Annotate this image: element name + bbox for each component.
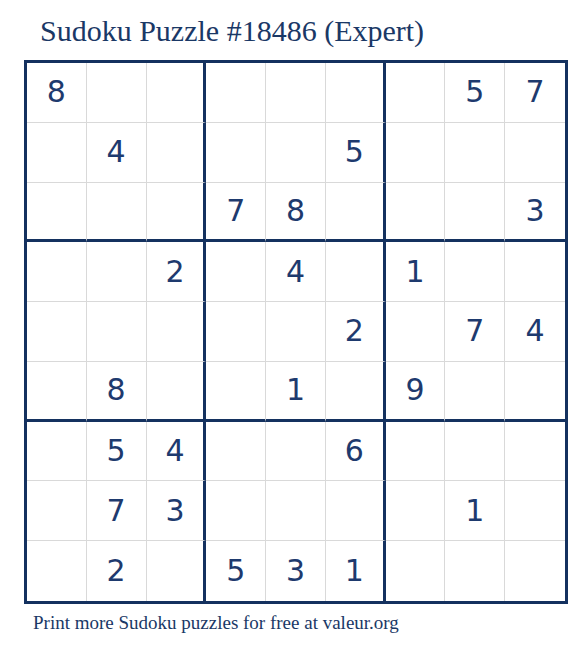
sudoku-cell-r6c2: 8: [87, 362, 147, 422]
sudoku-cell-r8c7: [386, 481, 446, 541]
sudoku-cell-r6c6: [326, 362, 386, 422]
sudoku-cell-r5c4: [206, 302, 266, 362]
sudoku-cell-r1c2: [87, 63, 147, 123]
sudoku-cell-r4c3: 2: [147, 242, 207, 302]
sudoku-cell-r5c8: 7: [445, 302, 505, 362]
sudoku-cell-r3c7: [386, 183, 446, 243]
sudoku-cell-r4c4: [206, 242, 266, 302]
sudoku-cell-r1c1: 8: [27, 63, 87, 123]
sudoku-cell-r2c2: 4: [87, 123, 147, 183]
sudoku-cell-r4c8: [445, 242, 505, 302]
sudoku-cell-r6c3: [147, 362, 207, 422]
sudoku-cell-r3c5: 8: [266, 183, 326, 243]
sudoku-cell-r2c4: [206, 123, 266, 183]
sudoku-cell-r4c5: 4: [266, 242, 326, 302]
footer-note: Print more Sudoku puzzles for free at va…: [33, 612, 399, 634]
sudoku-cell-r7c2: 5: [87, 422, 147, 482]
sudoku-cell-r7c5: [266, 422, 326, 482]
sudoku-cell-r8c1: [27, 481, 87, 541]
sudoku-cell-r5c5: [266, 302, 326, 362]
sudoku-cell-r7c7: [386, 422, 446, 482]
sudoku-cell-r3c8: [445, 183, 505, 243]
sudoku-cell-r3c9: 3: [505, 183, 565, 243]
sudoku-cell-r5c7: [386, 302, 446, 362]
sudoku-cell-r9c8: [445, 541, 505, 601]
sudoku-cell-r3c3: [147, 183, 207, 243]
sudoku-cell-r4c9: [505, 242, 565, 302]
sudoku-cell-r7c6: 6: [326, 422, 386, 482]
sudoku-cell-r9c7: [386, 541, 446, 601]
sudoku-cell-r5c3: [147, 302, 207, 362]
sudoku-cell-r9c9: [505, 541, 565, 601]
sudoku-cell-r2c1: [27, 123, 87, 183]
page-title: Sudoku Puzzle #18486 (Expert): [40, 14, 424, 48]
sudoku-cell-r1c7: [386, 63, 446, 123]
sudoku-cell-r8c6: [326, 481, 386, 541]
sudoku-cell-r8c4: [206, 481, 266, 541]
sudoku-cell-r3c4: 7: [206, 183, 266, 243]
sudoku-cell-r5c1: [27, 302, 87, 362]
sudoku-cell-r7c9: [505, 422, 565, 482]
sudoku-cell-r9c2: 2: [87, 541, 147, 601]
sudoku-cell-r1c8: 5: [445, 63, 505, 123]
sudoku-cell-r9c3: [147, 541, 207, 601]
sudoku-cell-r1c9: 7: [505, 63, 565, 123]
sudoku-cell-r6c8: [445, 362, 505, 422]
sudoku-cell-r2c3: [147, 123, 207, 183]
sudoku-cell-r9c1: [27, 541, 87, 601]
sudoku-cell-r6c9: [505, 362, 565, 422]
sudoku-cell-r6c7: 9: [386, 362, 446, 422]
sudoku-cell-r8c2: 7: [87, 481, 147, 541]
sudoku-cell-r3c2: [87, 183, 147, 243]
sudoku-cell-r4c1: [27, 242, 87, 302]
sudoku-cell-r8c3: 3: [147, 481, 207, 541]
sudoku-cell-r9c5: 3: [266, 541, 326, 601]
sudoku-cell-r8c5: [266, 481, 326, 541]
sudoku-cell-r2c9: [505, 123, 565, 183]
sudoku-cell-r7c3: 4: [147, 422, 207, 482]
sudoku-cell-r1c5: [266, 63, 326, 123]
sudoku-cell-r8c9: [505, 481, 565, 541]
sudoku-cell-r6c5: 1: [266, 362, 326, 422]
sudoku-cell-r9c4: 5: [206, 541, 266, 601]
sudoku-cell-r7c4: [206, 422, 266, 482]
sudoku-cell-r4c6: [326, 242, 386, 302]
sudoku-grid: 857457832412748195467312531: [24, 60, 568, 604]
sudoku-cell-r7c8: [445, 422, 505, 482]
sudoku-cell-r7c1: [27, 422, 87, 482]
sudoku-cell-r2c6: 5: [326, 123, 386, 183]
sudoku-cell-r3c1: [27, 183, 87, 243]
sudoku-cell-r8c8: 1: [445, 481, 505, 541]
sudoku-cell-r1c6: [326, 63, 386, 123]
sudoku-cell-r5c9: 4: [505, 302, 565, 362]
sudoku-cell-r1c4: [206, 63, 266, 123]
sudoku-cell-r2c5: [266, 123, 326, 183]
sudoku-cell-r5c2: [87, 302, 147, 362]
sudoku-cell-r9c6: 1: [326, 541, 386, 601]
sudoku-cell-r1c3: [147, 63, 207, 123]
sudoku-cell-r6c1: [27, 362, 87, 422]
sudoku-cell-r3c6: [326, 183, 386, 243]
sudoku-cell-r6c4: [206, 362, 266, 422]
sudoku-cell-r2c7: [386, 123, 446, 183]
sudoku-cell-r4c7: 1: [386, 242, 446, 302]
sudoku-cell-r5c6: 2: [326, 302, 386, 362]
sudoku-cell-r2c8: [445, 123, 505, 183]
sudoku-cell-r4c2: [87, 242, 147, 302]
